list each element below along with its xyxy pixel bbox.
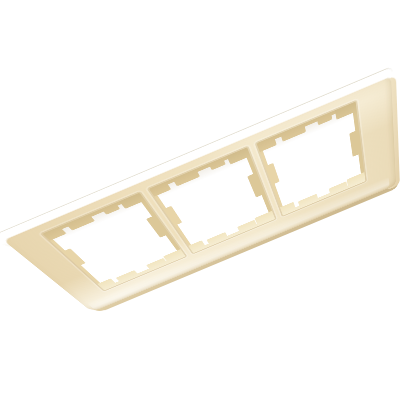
switch-frame-plate [3, 76, 396, 312]
mounting-tab [329, 181, 348, 195]
mounting-tab [247, 172, 265, 197]
mounting-tab [317, 112, 333, 125]
mounting-tab [206, 232, 228, 246]
mounting-tab [163, 206, 182, 226]
mounting-tab [237, 220, 257, 234]
corner-block [188, 240, 206, 253]
mounting-tab [146, 215, 169, 238]
corner-block [119, 193, 145, 209]
mounting-tab [66, 214, 95, 230]
mounting-tab [209, 158, 226, 171]
mounting-tab [101, 203, 120, 215]
corner-block [227, 147, 251, 164]
mounting-tab [265, 163, 280, 185]
corner-block [149, 182, 171, 197]
corner-block [280, 202, 296, 216]
corner-block [255, 211, 276, 226]
mounting-tab [116, 270, 140, 283]
corner-block [347, 172, 366, 188]
mounting-tab [349, 129, 362, 156]
mounting-tab [280, 123, 306, 141]
mounting-tab [146, 258, 168, 271]
corner-block [257, 136, 277, 152]
mounting-tab [298, 194, 319, 209]
mounting-tab [62, 248, 86, 266]
corner-block [97, 278, 117, 290]
mounting-tab [172, 169, 200, 186]
product-photo [0, 0, 400, 400]
frame-face [3, 76, 396, 312]
